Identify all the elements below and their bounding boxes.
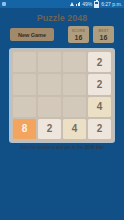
empty-cell bbox=[38, 97, 61, 117]
page-title: Puzzle 2048 bbox=[0, 13, 124, 23]
best-label: BEST bbox=[98, 29, 108, 33]
caption-text: Join the numbers and get to the bbox=[20, 145, 85, 150]
empty-cell bbox=[63, 74, 86, 94]
best-value: 16 bbox=[100, 34, 108, 41]
signal-icon bbox=[76, 2, 80, 6]
notification-icon bbox=[2, 2, 6, 6]
tile-2: 2 bbox=[38, 119, 61, 139]
tile-2: 2 bbox=[88, 74, 111, 94]
empty-cell bbox=[63, 97, 86, 117]
score-box: SCORE 16 bbox=[68, 26, 89, 43]
tile-2: 2 bbox=[88, 52, 111, 72]
empty-cell bbox=[13, 74, 36, 94]
wifi-icon bbox=[70, 2, 74, 6]
score-label: SCORE bbox=[72, 29, 85, 33]
caption: Join the numbers and get to the 2048 til… bbox=[0, 145, 124, 150]
tile-4: 4 bbox=[63, 119, 86, 139]
new-game-button[interactable]: New Game bbox=[10, 28, 54, 41]
clock-text: 6:27 p.m. bbox=[101, 0, 122, 8]
caption-highlight: 2048 tile! bbox=[85, 145, 104, 150]
empty-cell bbox=[13, 97, 36, 117]
empty-cell bbox=[38, 52, 61, 72]
tile-8: 8 bbox=[13, 119, 36, 139]
status-bar: 49% 6:27 p.m. bbox=[0, 0, 124, 8]
empty-cell bbox=[13, 52, 36, 72]
empty-cell bbox=[38, 74, 61, 94]
battery-percent: 49% bbox=[82, 0, 92, 8]
best-box: BEST 16 bbox=[93, 26, 114, 43]
tile-4: 4 bbox=[88, 97, 111, 117]
battery-icon bbox=[94, 1, 99, 8]
score-value: 16 bbox=[75, 34, 83, 41]
header-row: New Game SCORE 16 BEST 16 bbox=[0, 26, 124, 43]
board[interactable]: 2248242 bbox=[9, 48, 115, 143]
empty-cell bbox=[63, 52, 86, 72]
tile-2: 2 bbox=[88, 119, 111, 139]
